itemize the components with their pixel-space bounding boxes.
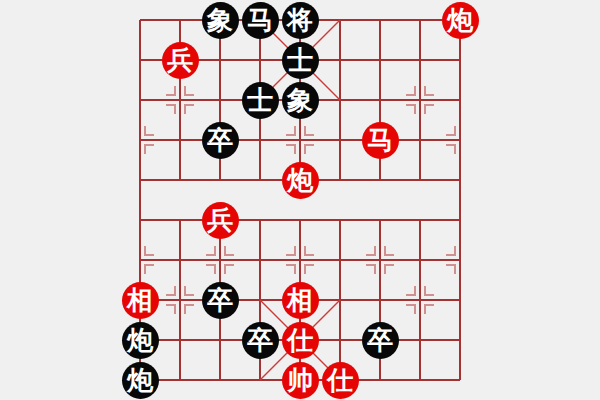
piece-red-cannon[interactable]: 炮 xyxy=(442,2,479,39)
piece-black-pawn[interactable]: 卒 xyxy=(242,322,279,359)
piece-black-elephant[interactable]: 象 xyxy=(202,2,239,39)
piece-black-cannon[interactable]: 炮 xyxy=(122,322,159,359)
piece-black-elephant[interactable]: 象 xyxy=(282,82,319,119)
piece-red-pawn[interactable]: 兵 xyxy=(202,202,239,239)
piece-red-elephant[interactable]: 相 xyxy=(122,282,159,319)
piece-red-advisor[interactable]: 仕 xyxy=(282,322,319,359)
piece-black-pawn[interactable]: 卒 xyxy=(362,322,399,359)
piece-red-elephant[interactable]: 相 xyxy=(282,282,319,319)
piece-red-general[interactable]: 帅 xyxy=(282,362,319,399)
piece-red-pawn[interactable]: 兵 xyxy=(162,42,199,79)
piece-red-horse[interactable]: 马 xyxy=(362,122,399,159)
piece-black-advisor[interactable]: 士 xyxy=(282,42,319,79)
piece-black-advisor[interactable]: 士 xyxy=(242,82,279,119)
xiangqi-board: 象马将炮兵士士象卒马炮兵相卒相炮卒仕卒炮帅仕 xyxy=(0,0,600,400)
piece-black-pawn[interactable]: 卒 xyxy=(202,122,239,159)
piece-black-pawn[interactable]: 卒 xyxy=(202,282,239,319)
piece-black-general[interactable]: 将 xyxy=(282,2,319,39)
piece-red-advisor[interactable]: 仕 xyxy=(322,362,359,399)
piece-black-horse[interactable]: 马 xyxy=(242,2,279,39)
piece-red-cannon[interactable]: 炮 xyxy=(282,162,319,199)
piece-grid[interactable]: 象马将炮兵士士象卒马炮兵相卒相炮卒仕卒炮帅仕 xyxy=(120,0,480,400)
piece-black-cannon[interactable]: 炮 xyxy=(122,362,159,399)
